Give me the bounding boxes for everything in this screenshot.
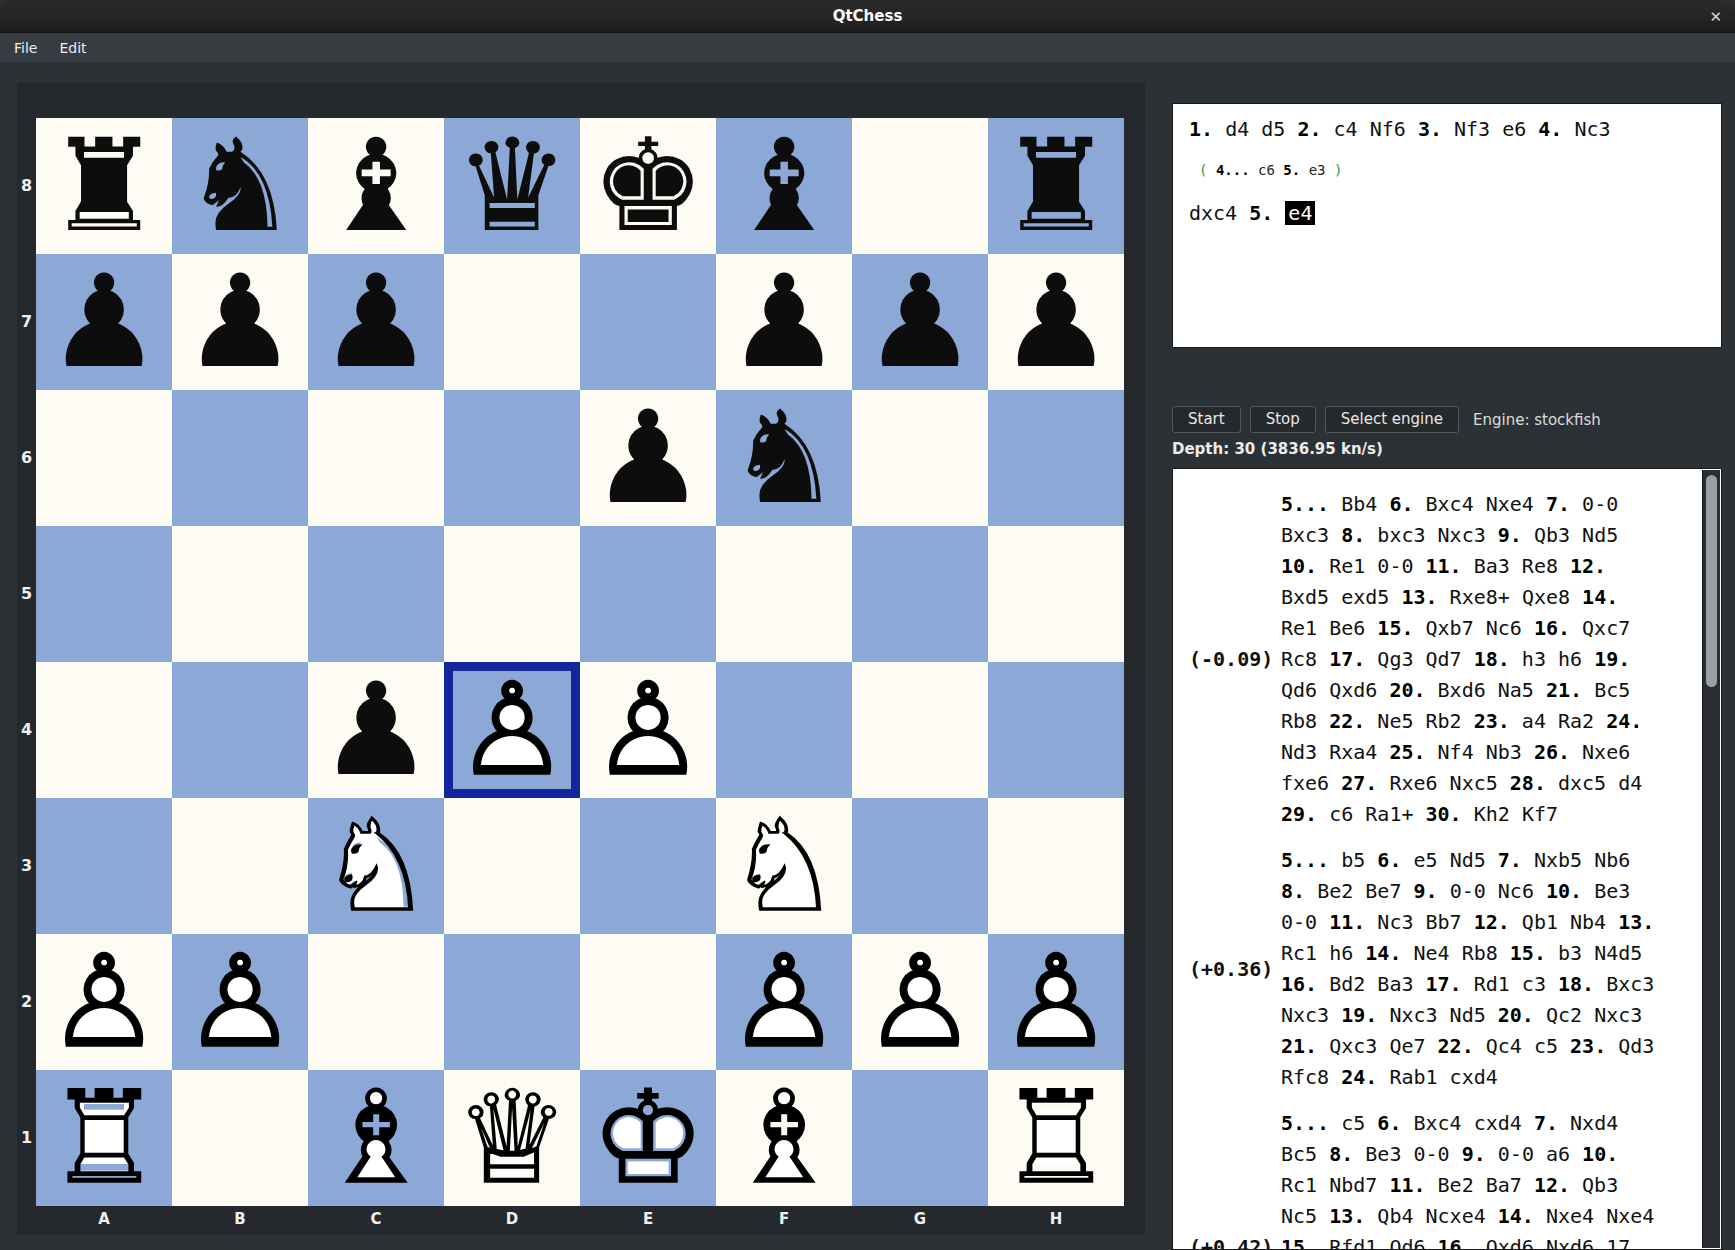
right-panel: 1. d4 d5 2. c4 Nf6 3. Nf3 e6 4. Nc3 ( 4.… (1172, 0, 1722, 1250)
pv-line: Rc8 17. Qg3 Qd7 18. h3 h6 19. (1281, 644, 1709, 675)
move-token[interactable]: 7. (1498, 848, 1522, 872)
move-token[interactable]: 30. (1426, 802, 1462, 826)
move-token[interactable]: 25. (1389, 740, 1425, 764)
move-token[interactable]: Bxd5 (1281, 585, 1329, 609)
move-token[interactable]: Be3 (1365, 1142, 1401, 1166)
file-label-g: G (852, 1209, 988, 1229)
move-token[interactable]: Nf6 (1370, 117, 1406, 141)
analysis-panel[interactable]: (-0.09)5... Bb4 6. Bxc4 Nxe4 7. 0-0Bxc3 … (1172, 468, 1722, 1250)
square-f5[interactable] (716, 526, 852, 662)
move-token[interactable]: d4 (1225, 117, 1249, 141)
engine-variation: (-0.09)5... Bb4 6. Bxc4 Nxe4 7. 0-0Bxc3 … (1189, 489, 1721, 830)
black-pawn-icon: ♟ (308, 254, 444, 390)
move-token[interactable]: Re1 (1281, 616, 1317, 640)
move-token[interactable]: 11. (1329, 910, 1365, 934)
file-label-h: H (988, 1209, 1124, 1229)
move-token[interactable]: 18. (1474, 647, 1510, 671)
square-d6[interactable] (444, 390, 580, 526)
square-a5[interactable] (36, 526, 172, 662)
move-token[interactable]: Nxc3 (1594, 1003, 1642, 1027)
square-h5[interactable] (988, 526, 1124, 662)
menu-edit[interactable]: Edit (48, 36, 97, 60)
move-token[interactable]: Bxc3 (1281, 523, 1329, 547)
move-token[interactable]: 0-0 (1582, 492, 1618, 516)
square-h2[interactable]: ♟♙ (988, 934, 1124, 1070)
move-token[interactable]: Rc8 (1281, 647, 1317, 671)
move-list[interactable]: 1. d4 d5 2. c4 Nf6 3. Nf3 e6 4. Nc3 ( 4.… (1172, 103, 1722, 348)
square-c3[interactable]: ♞♘ (308, 798, 444, 934)
file-label-d: D (444, 1209, 580, 1229)
move-token[interactable]: Bd2 (1329, 972, 1365, 996)
move-token[interactable]: Nc5 (1281, 1204, 1317, 1228)
move-token[interactable]: 9. (1413, 879, 1437, 903)
move-token[interactable]: Qxc7 (1582, 616, 1630, 640)
move-token[interactable]: Nd3 (1281, 740, 1317, 764)
square-b4[interactable] (172, 662, 308, 798)
move-token[interactable]: c6 (1258, 162, 1275, 178)
pv-line: Rc1 Nbd7 11. Be2 Ba7 12. Qb3 (1281, 1170, 1709, 1201)
move-token[interactable]: Nxe4 (1486, 492, 1534, 516)
move-token[interactable]: Nxe6 (1582, 740, 1630, 764)
move-token[interactable]: 12. (1534, 1173, 1570, 1197)
continuation-line: dxc4 5. e4 (1189, 201, 1705, 225)
square-h3[interactable] (988, 798, 1124, 934)
move-token[interactable]: Nd5 (1582, 523, 1618, 547)
move-token[interactable]: 5. (1283, 162, 1300, 178)
move-token[interactable]: 13. (1329, 1204, 1365, 1228)
move-token[interactable]: b5 (1341, 848, 1365, 872)
move-token[interactable]: 0-0 (1281, 910, 1317, 934)
move-token[interactable]: Qg3 (1377, 647, 1413, 671)
square-a4[interactable] (36, 662, 172, 798)
square-e1[interactable]: ♚♔ (580, 1070, 716, 1206)
move-token[interactable]: 0-0 (1377, 554, 1413, 578)
move-token[interactable]: Qe7 (1389, 1034, 1425, 1058)
move-token[interactable]: Nxc3 (1281, 1003, 1329, 1027)
move-token[interactable]: 17 (1606, 1235, 1630, 1250)
square-f8[interactable]: ♝ (716, 118, 852, 254)
move-token[interactable]: Nb6 (1594, 848, 1630, 872)
move-token[interactable]: Bb4 (1341, 492, 1377, 516)
move-token[interactable]: Rxe8+ (1450, 585, 1510, 609)
move-token[interactable]: Rc1 (1281, 1173, 1317, 1197)
move-token[interactable]: 9. (1462, 1142, 1486, 1166)
move-token[interactable]: 29. (1281, 802, 1317, 826)
move-token[interactable]: Qd6 (1281, 678, 1317, 702)
move-token[interactable]: Nxc5 (1450, 771, 1498, 795)
square-f2[interactable]: ♟♙ (716, 934, 852, 1070)
move-token[interactable]: c6 (1329, 802, 1353, 826)
move-token[interactable]: Kh2 (1474, 802, 1510, 826)
move-token[interactable]: Nxd4 (1570, 1111, 1618, 1135)
move-token[interactable]: Qxc3 (1329, 1034, 1377, 1058)
square-d7[interactable] (444, 254, 580, 390)
move-token[interactable]: 8. (1329, 1142, 1353, 1166)
rank-label-1: 1 (17, 1070, 36, 1206)
move-token[interactable]: Rab1 (1389, 1065, 1437, 1089)
square-g7[interactable]: ♟ (852, 254, 988, 390)
move-token[interactable]: Bb7 (1426, 910, 1462, 934)
move-token[interactable]: 14. (1498, 1204, 1534, 1228)
black-rook-icon: ♜ (988, 118, 1124, 254)
move-token[interactable]: fxe6 (1281, 771, 1329, 795)
white-pawn-icon: ♙ (716, 934, 852, 1070)
square-g4[interactable] (852, 662, 988, 798)
move-token[interactable]: Qc4 (1486, 1034, 1522, 1058)
square-b8[interactable]: ♞ (172, 118, 308, 254)
move-token[interactable]: Nb4 (1570, 910, 1606, 934)
move-token[interactable]: c5 (1534, 1034, 1558, 1058)
square-g2[interactable]: ♟♙ (852, 934, 988, 1070)
move-token[interactable]: 21. (1546, 678, 1582, 702)
square-a7[interactable]: ♟ (36, 254, 172, 390)
square-e7[interactable] (580, 254, 716, 390)
move-token[interactable]: 10. (1281, 554, 1317, 578)
move-token[interactable]: 0-0 (1413, 1142, 1449, 1166)
move-token[interactable]: Nd5 (1450, 848, 1486, 872)
square-d3[interactable] (444, 798, 580, 934)
move-token[interactable]: cxd4 (1474, 1111, 1522, 1135)
window-title: QtChess (833, 7, 903, 25)
move-token[interactable]: Na5 (1498, 678, 1534, 702)
move-token[interactable]: Qb3 (1534, 523, 1570, 547)
move-token[interactable]: 24. (1606, 709, 1642, 733)
move-token[interactable]: Qc2 (1546, 1003, 1582, 1027)
move-token[interactable]: 7. (1546, 492, 1570, 516)
square-e2[interactable] (580, 934, 716, 1070)
move-token[interactable]: Rb8 (1462, 941, 1498, 965)
move-token[interactable]: 22. (1329, 709, 1365, 733)
move-token[interactable]: Rxe6 (1389, 771, 1437, 795)
move-token[interactable]: Rfc8 (1281, 1065, 1329, 1089)
move-token[interactable]: Ba7 (1486, 1173, 1522, 1197)
move-token[interactable]: e5 (1414, 848, 1438, 872)
square-a1[interactable]: ♜♖ (36, 1070, 172, 1206)
move-token[interactable]: Nxc3 (1438, 523, 1486, 547)
move-token[interactable]: Nc6 (1498, 879, 1534, 903)
move-token[interactable]: h3 (1522, 647, 1546, 671)
move-token[interactable]: 6. (1389, 492, 1413, 516)
move-token[interactable]: 8. (1341, 523, 1365, 547)
move-token[interactable]: Be2 (1438, 1173, 1474, 1197)
start-button[interactable]: Start (1172, 406, 1241, 433)
pv-line: 15. Rfd1 Qd6 16. Qxd6 Nxd6 17 (1281, 1232, 1709, 1250)
move-token[interactable]: 14. (1582, 585, 1618, 609)
move-token[interactable]: Nxb5 (1534, 848, 1582, 872)
move-token[interactable]: Ne5 (1377, 709, 1413, 733)
move-token[interactable]: 10. (1546, 879, 1582, 903)
move-token[interactable]: Nc3 (1377, 910, 1413, 934)
engine-variation: (+0.36)5... b5 6. e5 Nd5 7. Nxb5 Nb68. B… (1189, 845, 1721, 1093)
square-a6[interactable] (36, 390, 172, 526)
square-f1[interactable]: ♝♗ (716, 1070, 852, 1206)
move-token[interactable]: Rb2 (1426, 709, 1462, 733)
square-b2[interactable]: ♟♙ (172, 934, 308, 1070)
move-token[interactable]: bxc3 (1377, 523, 1425, 547)
square-g6[interactable] (852, 390, 988, 526)
file-label-f: F (716, 1209, 852, 1229)
move-token[interactable]: 16. (1534, 616, 1570, 640)
move-token[interactable]: Qb4 (1377, 1204, 1413, 1228)
square-e6[interactable]: ♟ (580, 390, 716, 526)
move-token[interactable]: c4 (1334, 117, 1358, 141)
move-token[interactable]: Ra1+ (1365, 802, 1413, 826)
move-token[interactable]: Ba3 (1474, 554, 1510, 578)
move-token[interactable]: 16. (1438, 1235, 1474, 1250)
move-token[interactable]: 12. (1474, 910, 1510, 934)
move-token[interactable]: Bc5 (1281, 1142, 1317, 1166)
square-c7[interactable]: ♟ (308, 254, 444, 390)
move-token[interactable]: Nb3 (1486, 740, 1522, 764)
move-token[interactable]: 17. (1426, 972, 1462, 996)
move-token[interactable]: 12. (1570, 554, 1606, 578)
move-token[interactable]: 20. (1498, 1003, 1534, 1027)
move-token[interactable]: 5... (1281, 848, 1329, 872)
move-token[interactable]: Nf3 (1454, 117, 1490, 141)
move-token[interactable]: 14. (1365, 941, 1401, 965)
square-d1[interactable]: ♛♕ (444, 1070, 580, 1206)
move-token[interactable]: Be6 (1329, 616, 1365, 640)
pv-line: 29. c6 Ra1+ 30. Kh2 Kf7 (1281, 799, 1709, 830)
move-token[interactable]: Nxc3 (1389, 1003, 1437, 1027)
square-b7[interactable]: ♟ (172, 254, 308, 390)
scrollbar-track[interactable] (1702, 470, 1720, 1248)
black-pawn-icon: ♟ (716, 254, 852, 390)
black-pawn-icon: ♟ (308, 662, 444, 798)
move-token[interactable]: Qxd6 (1486, 1235, 1534, 1250)
move-token[interactable]: Nxd6 (1546, 1235, 1594, 1250)
square-f3[interactable]: ♞♘ (716, 798, 852, 934)
square-c8[interactable]: ♝ (308, 118, 444, 254)
move-token[interactable]: Bxc4 (1426, 492, 1474, 516)
move-token[interactable]: Nc6 (1486, 616, 1522, 640)
move-token[interactable]: 23. (1474, 709, 1510, 733)
move-token[interactable]: 26. (1534, 740, 1570, 764)
move-token[interactable]: e3 (1309, 162, 1326, 178)
move-token[interactable]: Re1 (1329, 554, 1365, 578)
move-token[interactable]: 13. (1618, 910, 1654, 934)
move-token[interactable]: e6 (1502, 117, 1526, 141)
pv-line: 16. Bd2 Ba3 17. Rd1 c3 18. Bxc3 (1281, 969, 1709, 1000)
move-token[interactable]: 21. (1281, 1034, 1317, 1058)
move-token[interactable]: 11. (1426, 554, 1462, 578)
black-bishop-icon: ♝ (716, 118, 852, 254)
square-f7[interactable]: ♟ (716, 254, 852, 390)
rank-label-6: 6 (17, 390, 36, 526)
square-a8[interactable]: ♜ (36, 118, 172, 254)
white-pawn-icon: ♙ (852, 934, 988, 1070)
move-token[interactable]: 10. (1582, 1142, 1618, 1166)
square-b5[interactable] (172, 526, 308, 662)
move-token[interactable]: 15. (1510, 941, 1546, 965)
square-a2[interactable]: ♟♙ (36, 934, 172, 1070)
move-token[interactable]: Ra2 (1558, 709, 1594, 733)
black-knight-icon: ♞ (172, 118, 308, 254)
square-d5[interactable] (444, 526, 580, 662)
black-pawn-icon: ♟ (36, 254, 172, 390)
move-token[interactable]: Ncxe4 (1426, 1204, 1486, 1228)
square-c4[interactable]: ♟ (308, 662, 444, 798)
move-token[interactable]: 11. (1389, 1173, 1425, 1197)
move-token[interactable]: b3 (1558, 941, 1582, 965)
move-token[interactable]: 8. (1281, 879, 1305, 903)
move-token[interactable]: Bxd6 (1438, 678, 1486, 702)
move-token[interactable]: 15. (1281, 1235, 1317, 1250)
white-pawn-icon: ♙ (580, 662, 716, 798)
move-token[interactable]: Rd1 (1474, 972, 1510, 996)
square-c5[interactable] (308, 526, 444, 662)
move-token[interactable]: Qb3 (1582, 1173, 1618, 1197)
move-token[interactable]: 3. (1418, 117, 1442, 141)
move-token[interactable]: 13. (1401, 585, 1437, 609)
square-c2[interactable] (308, 934, 444, 1070)
white-rook-icon: ♖ (36, 1070, 172, 1206)
square-f4[interactable] (716, 662, 852, 798)
move-token[interactable]: Qxe8 (1522, 585, 1570, 609)
main-line: 1. d4 d5 2. c4 Nf6 3. Nf3 e6 4. Nc3 (1189, 117, 1705, 141)
square-d2[interactable] (444, 934, 580, 1070)
move-token[interactable]: 6. (1377, 848, 1401, 872)
move-token[interactable]: 17. (1329, 647, 1365, 671)
square-b3[interactable] (172, 798, 308, 934)
move-token[interactable]: 9. (1498, 523, 1522, 547)
square-g1[interactable] (852, 1070, 988, 1206)
move-token[interactable]: 4. (1538, 117, 1562, 141)
move-token[interactable]: 7. (1534, 1111, 1558, 1135)
move-token[interactable]: Re8 (1522, 554, 1558, 578)
move-token[interactable]: Nd5 (1450, 1003, 1486, 1027)
move-token[interactable]: c3 (1522, 972, 1546, 996)
move-token[interactable]: 2. (1297, 117, 1321, 141)
square-h7[interactable]: ♟ (988, 254, 1124, 390)
move-token[interactable]: 22. (1438, 1034, 1474, 1058)
move-token[interactable]: Rfd1 (1329, 1235, 1377, 1250)
move-token[interactable]: 16. (1281, 972, 1317, 996)
current-move[interactable]: e4 (1285, 201, 1315, 225)
square-c1[interactable]: ♝♗ (308, 1070, 444, 1206)
stop-button[interactable]: Stop (1250, 406, 1316, 433)
move-token[interactable]: Ne4 (1413, 941, 1449, 965)
move-token[interactable]: 19. (1341, 1003, 1377, 1027)
move-token[interactable]: Nxe4 (1606, 1204, 1654, 1228)
move-token[interactable]: Qd3 (1618, 1034, 1654, 1058)
square-g3[interactable] (852, 798, 988, 934)
move-token[interactable]: 19. (1594, 647, 1630, 671)
move-token[interactable]: 6. (1377, 1111, 1401, 1135)
move-token[interactable]: Qd7 (1426, 647, 1462, 671)
move-token[interactable]: 20. (1389, 678, 1425, 702)
move-token[interactable]: c5 (1341, 1111, 1365, 1135)
square-b6[interactable] (172, 390, 308, 526)
move-token[interactable]: 0-0 (1450, 879, 1486, 903)
select-engine-button[interactable]: Select engine (1325, 406, 1459, 433)
menu-file[interactable]: File (3, 36, 48, 60)
move-token[interactable]: N4d5 (1594, 941, 1642, 965)
square-e5[interactable] (580, 526, 716, 662)
scrollbar-thumb[interactable] (1706, 475, 1717, 687)
square-h1[interactable]: ♜♖ (988, 1070, 1124, 1206)
move-token[interactable]: Rc1 (1281, 941, 1317, 965)
move-token[interactable]: Nf4 (1438, 740, 1474, 764)
square-a3[interactable] (36, 798, 172, 934)
move-token[interactable]: Rb8 (1281, 709, 1317, 733)
move-token[interactable]: d4 (1618, 771, 1642, 795)
square-d4[interactable]: ♟♙ (444, 662, 580, 798)
move-token[interactable]: Nc3 (1574, 117, 1610, 141)
move-token[interactable]: 28. (1510, 771, 1546, 795)
square-h8[interactable]: ♜ (988, 118, 1124, 254)
move-token[interactable]: Be7 (1365, 879, 1401, 903)
square-e3[interactable] (580, 798, 716, 934)
square-h4[interactable] (988, 662, 1124, 798)
move-token[interactable]: dxc4 (1189, 201, 1237, 225)
move-token[interactable]: 15. (1377, 616, 1413, 640)
move-token[interactable]: Qb1 (1522, 910, 1558, 934)
move-token[interactable]: ) (1334, 162, 1342, 178)
move-token[interactable]: dxc5 (1558, 771, 1606, 795)
depth-label: Depth: 30 (3836.95 kn/s) (1172, 440, 1383, 458)
pv-line: 0-0 11. Nc3 Bb7 12. Qb1 Nb4 13. (1281, 907, 1709, 938)
move-token[interactable]: 4... (1216, 162, 1250, 178)
move-token[interactable]: 5... (1281, 492, 1329, 516)
move-token[interactable]: Bc5 (1594, 678, 1630, 702)
move-token[interactable]: Ba3 (1377, 972, 1413, 996)
move-token[interactable]: ( (1199, 162, 1207, 178)
white-pawn-icon: ♙ (36, 934, 172, 1070)
move-token[interactable]: a6 (1546, 1142, 1570, 1166)
move-token[interactable]: Be2 (1317, 879, 1353, 903)
square-c6[interactable] (308, 390, 444, 526)
white-pawn-icon: ♙ (988, 934, 1124, 1070)
move-token[interactable]: h6 (1558, 647, 1582, 671)
move-token[interactable]: h6 (1329, 941, 1353, 965)
move-token[interactable]: Nxe4 (1546, 1204, 1594, 1228)
square-g8[interactable] (852, 118, 988, 254)
move-token[interactable]: 18. (1558, 972, 1594, 996)
move-token[interactable]: 23. (1570, 1034, 1606, 1058)
black-knight-icon: ♞ (716, 390, 852, 526)
square-e4[interactable]: ♟♙ (580, 662, 716, 798)
move-token[interactable]: cxd4 (1450, 1065, 1498, 1089)
move-token[interactable]: Qd6 (1389, 1235, 1425, 1250)
move-token[interactable]: Kf7 (1522, 802, 1558, 826)
move-token[interactable]: 5. (1249, 201, 1273, 225)
square-h6[interactable] (988, 390, 1124, 526)
move-token[interactable]: exd5 (1341, 585, 1389, 609)
move-token[interactable]: Bxc3 (1606, 972, 1654, 996)
square-g5[interactable] (852, 526, 988, 662)
move-token[interactable]: d5 (1261, 117, 1285, 141)
square-f6[interactable]: ♞ (716, 390, 852, 526)
move-token[interactable]: Be3 (1594, 879, 1630, 903)
move-token[interactable]: 27. (1341, 771, 1377, 795)
black-king-icon: ♚ (580, 118, 716, 254)
square-e8[interactable]: ♚ (580, 118, 716, 254)
move-token[interactable]: 5... (1281, 1111, 1329, 1135)
move-token[interactable]: 0-0 (1498, 1142, 1534, 1166)
square-b1[interactable] (172, 1070, 308, 1206)
move-token[interactable]: 24. (1341, 1065, 1377, 1089)
move-token[interactable]: a4 (1522, 709, 1546, 733)
square-d8[interactable]: ♛ (444, 118, 580, 254)
move-token[interactable]: Bxc4 (1414, 1111, 1462, 1135)
move-token[interactable]: 1. (1189, 117, 1213, 141)
move-token[interactable]: Qxd6 (1329, 678, 1377, 702)
move-token[interactable]: Qxb7 (1426, 616, 1474, 640)
move-token[interactable]: Nbd7 (1329, 1173, 1377, 1197)
move-token[interactable]: Rxa4 (1329, 740, 1377, 764)
pv-moves: 5... c5 6. Bxc4 cxd4 7. Nxd4Bc5 8. Be3 0… (1281, 1108, 1709, 1250)
